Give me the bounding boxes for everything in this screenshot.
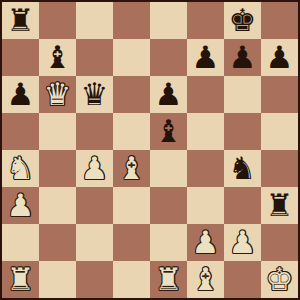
square-b3[interactable] xyxy=(39,187,76,224)
square-e3[interactable] xyxy=(150,187,187,224)
square-f2[interactable]: ♟ xyxy=(187,224,224,261)
square-f8[interactable] xyxy=(187,2,224,39)
square-e2[interactable] xyxy=(150,224,187,261)
square-b1[interactable] xyxy=(39,261,76,298)
square-a3[interactable]: ♟ xyxy=(2,187,39,224)
square-g3[interactable] xyxy=(224,187,261,224)
square-d8[interactable] xyxy=(113,2,150,39)
square-d6[interactable] xyxy=(113,76,150,113)
square-g5[interactable] xyxy=(224,113,261,150)
square-e6[interactable]: ♟ xyxy=(150,76,187,113)
square-b7[interactable]: ♝ xyxy=(39,39,76,76)
square-d7[interactable] xyxy=(113,39,150,76)
square-c5[interactable] xyxy=(76,113,113,150)
square-d2[interactable] xyxy=(113,224,150,261)
square-a1[interactable]: ♜ xyxy=(2,261,39,298)
square-h2[interactable] xyxy=(261,224,298,261)
square-g4[interactable]: ♞ xyxy=(224,150,261,187)
piece-white-pawn: ♟ xyxy=(81,150,109,186)
square-e7[interactable] xyxy=(150,39,187,76)
piece-white-pawn: ♟ xyxy=(7,187,35,223)
square-h7[interactable]: ♟ xyxy=(261,39,298,76)
square-c1[interactable] xyxy=(76,261,113,298)
square-e4[interactable] xyxy=(150,150,187,187)
square-f4[interactable] xyxy=(187,150,224,187)
square-h1[interactable]: ♚ xyxy=(261,261,298,298)
square-g2[interactable]: ♟ xyxy=(224,224,261,261)
piece-white-bishop: ♝ xyxy=(118,150,146,186)
square-c3[interactable] xyxy=(76,187,113,224)
square-e8[interactable] xyxy=(150,2,187,39)
piece-white-pawn: ♟ xyxy=(192,224,220,260)
square-e5[interactable]: ♝ xyxy=(150,113,187,150)
piece-white-queen: ♛ xyxy=(44,76,72,112)
square-c4[interactable]: ♟ xyxy=(76,150,113,187)
square-d1[interactable] xyxy=(113,261,150,298)
square-a5[interactable] xyxy=(2,113,39,150)
square-b6[interactable]: ♛ xyxy=(39,76,76,113)
square-c2[interactable] xyxy=(76,224,113,261)
piece-black-pawn: ♟ xyxy=(266,39,294,75)
piece-black-rook: ♜ xyxy=(266,187,294,223)
piece-white-bishop: ♝ xyxy=(192,261,220,297)
square-f5[interactable] xyxy=(187,113,224,150)
square-c6[interactable]: ♛ xyxy=(76,76,113,113)
piece-black-pawn: ♟ xyxy=(192,39,220,75)
piece-white-rook: ♜ xyxy=(7,261,35,297)
piece-black-queen: ♛ xyxy=(81,76,109,112)
square-f7[interactable]: ♟ xyxy=(187,39,224,76)
square-b4[interactable] xyxy=(39,150,76,187)
piece-black-pawn: ♟ xyxy=(229,39,257,75)
square-g7[interactable]: ♟ xyxy=(224,39,261,76)
square-b2[interactable] xyxy=(39,224,76,261)
square-d4[interactable]: ♝ xyxy=(113,150,150,187)
square-f1[interactable]: ♝ xyxy=(187,261,224,298)
square-c8[interactable] xyxy=(76,2,113,39)
square-a7[interactable] xyxy=(2,39,39,76)
square-a8[interactable]: ♜ xyxy=(2,2,39,39)
piece-black-king: ♚ xyxy=(229,2,257,38)
square-g8[interactable]: ♚ xyxy=(224,2,261,39)
piece-white-rook: ♜ xyxy=(155,261,183,297)
square-h8[interactable] xyxy=(261,2,298,39)
piece-white-pawn: ♟ xyxy=(229,224,257,260)
square-d5[interactable] xyxy=(113,113,150,150)
square-f6[interactable] xyxy=(187,76,224,113)
square-a4[interactable]: ♞ xyxy=(2,150,39,187)
square-g6[interactable] xyxy=(224,76,261,113)
square-h5[interactable] xyxy=(261,113,298,150)
piece-black-bishop: ♝ xyxy=(44,39,72,75)
square-f3[interactable] xyxy=(187,187,224,224)
piece-black-rook: ♜ xyxy=(7,2,35,38)
piece-black-pawn: ♟ xyxy=(7,76,35,112)
piece-black-pawn: ♟ xyxy=(155,76,183,112)
square-h4[interactable] xyxy=(261,150,298,187)
square-c7[interactable] xyxy=(76,39,113,76)
square-a2[interactable] xyxy=(2,224,39,261)
square-h6[interactable] xyxy=(261,76,298,113)
piece-black-knight: ♞ xyxy=(229,150,257,186)
piece-white-knight: ♞ xyxy=(7,150,35,186)
square-a6[interactable]: ♟ xyxy=(2,76,39,113)
square-b8[interactable] xyxy=(39,2,76,39)
square-h3[interactable]: ♜ xyxy=(261,187,298,224)
square-e1[interactable]: ♜ xyxy=(150,261,187,298)
chess-board: ♜♚♝♟♟♟♟♛♛♟♝♞♟♝♞♟♜♟♟♜♜♝♚ xyxy=(0,0,300,300)
square-g1[interactable] xyxy=(224,261,261,298)
piece-black-bishop: ♝ xyxy=(155,113,183,149)
square-d3[interactable] xyxy=(113,187,150,224)
piece-white-king: ♚ xyxy=(266,261,294,297)
square-b5[interactable] xyxy=(39,113,76,150)
